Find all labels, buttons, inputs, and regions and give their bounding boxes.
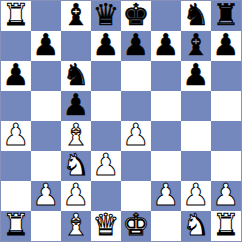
square-a3[interactable] <box>1 151 31 181</box>
white-king[interactable]: ♚ <box>123 211 150 240</box>
white-knight[interactable]: ♞ <box>63 151 90 180</box>
chess-board: ♜♝♛♚♞♜♟♟♟♟♝♟♟♞♟♟♟♝♟♞♟♟♟♟♟♟♜♝♛♚♞♜ <box>0 0 242 242</box>
square-f7[interactable]: ♟ <box>151 31 181 61</box>
square-a7[interactable] <box>1 31 31 61</box>
white-pawn[interactable]: ♟ <box>123 121 150 150</box>
square-c4[interactable]: ♝ <box>61 121 91 151</box>
square-e3[interactable] <box>121 151 151 181</box>
black-pawn[interactable]: ♟ <box>33 31 60 60</box>
square-e2[interactable] <box>121 181 151 211</box>
square-g4[interactable] <box>181 121 211 151</box>
square-f5[interactable] <box>151 91 181 121</box>
black-pawn[interactable]: ♟ <box>93 31 120 60</box>
white-pawn[interactable]: ♟ <box>183 181 210 210</box>
white-pawn[interactable]: ♟ <box>3 121 30 150</box>
square-d8[interactable]: ♛ <box>91 1 121 31</box>
square-e7[interactable]: ♟ <box>121 31 151 61</box>
square-g2[interactable]: ♟ <box>181 181 211 211</box>
square-b7[interactable]: ♟ <box>31 31 61 61</box>
square-b6[interactable] <box>31 61 61 91</box>
white-bishop[interactable]: ♝ <box>63 121 90 150</box>
square-d1[interactable]: ♛ <box>91 211 121 241</box>
square-c1[interactable]: ♝ <box>61 211 91 241</box>
square-h3[interactable] <box>211 151 241 181</box>
black-knight[interactable]: ♞ <box>63 61 90 90</box>
square-f2[interactable]: ♟ <box>151 181 181 211</box>
square-b3[interactable] <box>31 151 61 181</box>
square-h2[interactable]: ♟ <box>211 181 241 211</box>
black-pawn[interactable]: ♟ <box>213 31 240 60</box>
square-c3[interactable]: ♞ <box>61 151 91 181</box>
square-c7[interactable] <box>61 31 91 61</box>
black-rook[interactable]: ♜ <box>213 1 240 30</box>
square-f4[interactable] <box>151 121 181 151</box>
square-g6[interactable]: ♟ <box>181 61 211 91</box>
square-f8[interactable] <box>151 1 181 31</box>
square-h8[interactable]: ♜ <box>211 1 241 31</box>
square-h7[interactable]: ♟ <box>211 31 241 61</box>
square-a1[interactable]: ♜ <box>1 211 31 241</box>
black-pawn[interactable]: ♟ <box>3 61 30 90</box>
square-f3[interactable] <box>151 151 181 181</box>
white-rook[interactable]: ♜ <box>3 211 30 240</box>
black-king[interactable]: ♚ <box>123 1 150 30</box>
square-a8[interactable]: ♜ <box>1 1 31 31</box>
black-bishop[interactable]: ♝ <box>183 31 210 60</box>
white-pawn[interactable]: ♟ <box>153 181 180 210</box>
square-g5[interactable] <box>181 91 211 121</box>
square-g1[interactable]: ♞ <box>181 211 211 241</box>
black-pawn[interactable]: ♟ <box>183 61 210 90</box>
square-e8[interactable]: ♚ <box>121 1 151 31</box>
square-d3[interactable]: ♟ <box>91 151 121 181</box>
square-e1[interactable]: ♚ <box>121 211 151 241</box>
black-queen[interactable]: ♛ <box>93 1 120 30</box>
square-b2[interactable]: ♟ <box>31 181 61 211</box>
square-b1[interactable] <box>31 211 61 241</box>
black-pawn[interactable]: ♟ <box>153 31 180 60</box>
square-d4[interactable] <box>91 121 121 151</box>
white-pawn[interactable]: ♟ <box>33 181 60 210</box>
square-b8[interactable] <box>31 1 61 31</box>
square-h1[interactable]: ♜ <box>211 211 241 241</box>
white-knight[interactable]: ♞ <box>183 211 210 240</box>
square-f1[interactable] <box>151 211 181 241</box>
square-d6[interactable] <box>91 61 121 91</box>
white-bishop[interactable]: ♝ <box>63 211 90 240</box>
square-h4[interactable] <box>211 121 241 151</box>
square-g7[interactable]: ♝ <box>181 31 211 61</box>
square-e5[interactable] <box>121 91 151 121</box>
square-d2[interactable] <box>91 181 121 211</box>
square-g3[interactable] <box>181 151 211 181</box>
white-rook[interactable]: ♜ <box>213 211 240 240</box>
square-b4[interactable] <box>31 121 61 151</box>
black-bishop[interactable]: ♝ <box>63 1 90 30</box>
square-a5[interactable] <box>1 91 31 121</box>
square-b5[interactable] <box>31 91 61 121</box>
square-c8[interactable]: ♝ <box>61 1 91 31</box>
square-h6[interactable] <box>211 61 241 91</box>
square-e6[interactable] <box>121 61 151 91</box>
square-c5[interactable]: ♟ <box>61 91 91 121</box>
square-a2[interactable] <box>1 181 31 211</box>
white-pawn[interactable]: ♟ <box>213 181 240 210</box>
white-pawn[interactable]: ♟ <box>93 151 120 180</box>
black-knight[interactable]: ♞ <box>183 1 210 30</box>
black-pawn[interactable]: ♟ <box>63 91 90 120</box>
square-f6[interactable] <box>151 61 181 91</box>
square-a4[interactable]: ♟ <box>1 121 31 151</box>
square-d7[interactable]: ♟ <box>91 31 121 61</box>
square-a6[interactable]: ♟ <box>1 61 31 91</box>
square-g8[interactable]: ♞ <box>181 1 211 31</box>
square-c2[interactable]: ♟ <box>61 181 91 211</box>
square-d5[interactable] <box>91 91 121 121</box>
square-e4[interactable]: ♟ <box>121 121 151 151</box>
white-pawn[interactable]: ♟ <box>63 181 90 210</box>
square-c6[interactable]: ♞ <box>61 61 91 91</box>
white-rook[interactable]: ♜ <box>3 1 30 30</box>
black-pawn[interactable]: ♟ <box>123 31 150 60</box>
white-queen[interactable]: ♛ <box>93 211 120 240</box>
square-h5[interactable] <box>211 91 241 121</box>
